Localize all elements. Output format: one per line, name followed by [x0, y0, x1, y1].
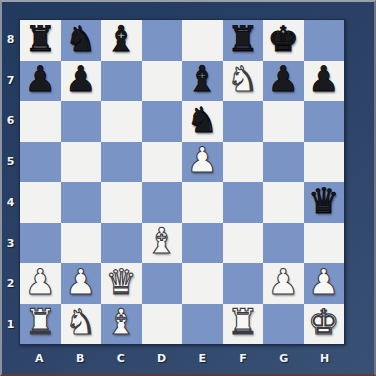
white-bishop[interactable]: ♝ [106, 305, 137, 340]
square-c3[interactable] [101, 223, 142, 264]
square-c1[interactable]: ♝ [101, 304, 142, 345]
square-h4[interactable]: ♛ [304, 182, 345, 223]
square-b4[interactable] [61, 182, 102, 223]
square-d1[interactable] [142, 304, 183, 345]
black-bishop[interactable]: ♝ [187, 62, 218, 97]
black-bishop[interactable]: ♝ [106, 22, 137, 57]
black-knight[interactable]: ♞ [65, 22, 96, 57]
square-a7[interactable]: ♟ [20, 61, 61, 102]
square-d6[interactable] [142, 101, 183, 142]
square-e7[interactable]: ♝ [182, 61, 223, 102]
white-rook[interactable]: ♜ [227, 305, 258, 340]
square-e6[interactable]: ♞ [182, 101, 223, 142]
square-h5[interactable] [304, 142, 345, 183]
square-e1[interactable] [182, 304, 223, 345]
square-f1[interactable]: ♜ [223, 304, 264, 345]
white-king[interactable]: ♚ [308, 305, 339, 340]
file-label-g: G [264, 346, 305, 370]
square-f5[interactable] [223, 142, 264, 183]
square-h1[interactable]: ♚ [304, 304, 345, 345]
rank-label-4: 4 [2, 182, 19, 223]
square-b8[interactable]: ♞ [61, 20, 102, 61]
square-a1[interactable]: ♜ [20, 304, 61, 345]
white-pawn[interactable]: ♟ [268, 265, 299, 300]
white-knight[interactable]: ♞ [227, 62, 258, 97]
rank-label-6: 6 [2, 101, 19, 142]
square-e5[interactable]: ♟ [182, 142, 223, 183]
black-rook[interactable]: ♜ [25, 22, 56, 57]
square-a8[interactable]: ♜ [20, 20, 61, 61]
file-labels: ABCDEFGH [19, 346, 345, 370]
square-d2[interactable] [142, 263, 183, 304]
square-g6[interactable] [263, 101, 304, 142]
square-e2[interactable] [182, 263, 223, 304]
white-rook[interactable]: ♜ [25, 305, 56, 340]
square-h2[interactable]: ♟ [304, 263, 345, 304]
square-f3[interactable] [223, 223, 264, 264]
rank-labels: 87654321 [2, 19, 19, 345]
square-g1[interactable] [263, 304, 304, 345]
white-pawn[interactable]: ♟ [25, 265, 56, 300]
square-b5[interactable] [61, 142, 102, 183]
black-queen[interactable]: ♛ [308, 184, 339, 219]
square-a6[interactable] [20, 101, 61, 142]
square-d3[interactable]: ♝ [142, 223, 183, 264]
white-knight[interactable]: ♞ [65, 305, 96, 340]
chess-board[interactable]: ♜♞♝♜♚♟♟♝♞♟♟♞♟♛♝♟♟♛♟♟♜♞♝♜♚ [19, 19, 345, 345]
white-pawn[interactable]: ♟ [65, 265, 96, 300]
square-c5[interactable] [101, 142, 142, 183]
white-bishop[interactable]: ♝ [146, 224, 177, 259]
square-g7[interactable]: ♟ [263, 61, 304, 102]
white-pawn[interactable]: ♟ [187, 143, 218, 178]
black-rook[interactable]: ♜ [227, 22, 258, 57]
square-f6[interactable] [223, 101, 264, 142]
file-label-h: H [304, 346, 345, 370]
square-a3[interactable] [20, 223, 61, 264]
board-frame: 87654321 ♜♞♝♜♚♟♟♝♞♟♟♞♟♛♝♟♟♛♟♟♜♞♝♜♚ ABCDE… [0, 0, 376, 376]
square-a5[interactable] [20, 142, 61, 183]
square-h3[interactable] [304, 223, 345, 264]
rank-label-3: 3 [2, 223, 19, 264]
square-b1[interactable]: ♞ [61, 304, 102, 345]
square-c6[interactable] [101, 101, 142, 142]
rank-label-2: 2 [2, 264, 19, 305]
square-c7[interactable] [101, 61, 142, 102]
square-b2[interactable]: ♟ [61, 263, 102, 304]
square-g2[interactable]: ♟ [263, 263, 304, 304]
square-h6[interactable] [304, 101, 345, 142]
file-label-c: C [101, 346, 142, 370]
black-pawn[interactable]: ♟ [268, 62, 299, 97]
rank-label-1: 1 [2, 304, 19, 345]
square-h7[interactable]: ♟ [304, 61, 345, 102]
square-f8[interactable]: ♜ [223, 20, 264, 61]
square-g8[interactable]: ♚ [263, 20, 304, 61]
square-f7[interactable]: ♞ [223, 61, 264, 102]
square-e4[interactable] [182, 182, 223, 223]
square-a2[interactable]: ♟ [20, 263, 61, 304]
black-pawn[interactable]: ♟ [25, 62, 56, 97]
square-d8[interactable] [142, 20, 183, 61]
square-b6[interactable] [61, 101, 102, 142]
black-pawn[interactable]: ♟ [308, 62, 339, 97]
square-c8[interactable]: ♝ [101, 20, 142, 61]
square-h8[interactable] [304, 20, 345, 61]
square-d4[interactable] [142, 182, 183, 223]
file-label-e: E [182, 346, 223, 370]
black-king[interactable]: ♚ [268, 22, 299, 57]
black-knight[interactable]: ♞ [187, 103, 218, 138]
square-c4[interactable] [101, 182, 142, 223]
square-f4[interactable] [223, 182, 264, 223]
white-pawn[interactable]: ♟ [308, 265, 339, 300]
square-d5[interactable] [142, 142, 183, 183]
square-g3[interactable] [263, 223, 304, 264]
file-label-d: D [141, 346, 182, 370]
file-label-b: B [60, 346, 101, 370]
square-f2[interactable] [223, 263, 264, 304]
square-b7[interactable]: ♟ [61, 61, 102, 102]
black-pawn[interactable]: ♟ [65, 62, 96, 97]
square-b3[interactable] [61, 223, 102, 264]
file-label-a: A [19, 346, 60, 370]
rank-label-7: 7 [2, 60, 19, 101]
rank-label-5: 5 [2, 141, 19, 182]
white-queen[interactable]: ♛ [106, 265, 137, 300]
rank-label-8: 8 [2, 19, 19, 60]
square-g4[interactable] [263, 182, 304, 223]
square-e8[interactable] [182, 20, 223, 61]
square-c2[interactable]: ♛ [101, 263, 142, 304]
square-e3[interactable] [182, 223, 223, 264]
square-a4[interactable] [20, 182, 61, 223]
file-label-f: F [223, 346, 264, 370]
square-d7[interactable] [142, 61, 183, 102]
square-g5[interactable] [263, 142, 304, 183]
